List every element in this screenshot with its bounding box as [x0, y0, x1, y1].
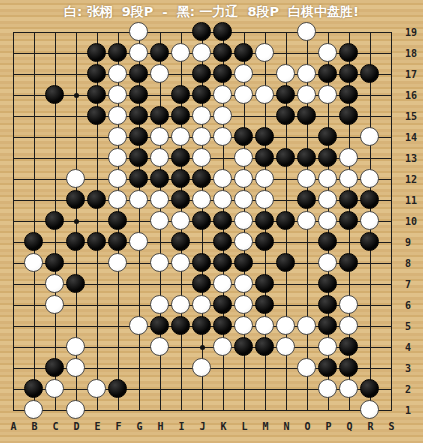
- intersection-O17[interactable]: [297, 64, 318, 85]
- intersection-E15[interactable]: [87, 106, 108, 127]
- intersection-R9[interactable]: [360, 232, 381, 253]
- intersection-C14[interactable]: [45, 127, 66, 148]
- intersection-A1[interactable]: [3, 400, 24, 421]
- intersection-G18[interactable]: [129, 43, 150, 64]
- intersection-O4[interactable]: [297, 337, 318, 358]
- intersection-I2[interactable]: [171, 379, 192, 400]
- intersection-C2[interactable]: [45, 379, 66, 400]
- intersection-N2[interactable]: [276, 379, 297, 400]
- intersection-K19[interactable]: [213, 22, 234, 43]
- intersection-S11[interactable]: [381, 190, 402, 211]
- intersection-C17[interactable]: [45, 64, 66, 85]
- intersection-H18[interactable]: [150, 43, 171, 64]
- intersection-M9[interactable]: [255, 232, 276, 253]
- intersection-E2[interactable]: [87, 379, 108, 400]
- intersection-J19[interactable]: [192, 22, 213, 43]
- intersection-C16[interactable]: [45, 85, 66, 106]
- intersection-D11[interactable]: [66, 190, 87, 211]
- intersection-R8[interactable]: [360, 253, 381, 274]
- intersection-I15[interactable]: [171, 106, 192, 127]
- intersection-L15[interactable]: [234, 106, 255, 127]
- intersection-H8[interactable]: [150, 253, 171, 274]
- intersection-M7[interactable]: [255, 274, 276, 295]
- intersection-P13[interactable]: [318, 148, 339, 169]
- intersection-O5[interactable]: [297, 316, 318, 337]
- intersection-L19[interactable]: [234, 22, 255, 43]
- intersection-S12[interactable]: [381, 169, 402, 190]
- intersection-N10[interactable]: [276, 211, 297, 232]
- intersection-M4[interactable]: [255, 337, 276, 358]
- intersection-I12[interactable]: [171, 169, 192, 190]
- intersection-I18[interactable]: [171, 43, 192, 64]
- intersection-R6[interactable]: [360, 295, 381, 316]
- intersection-I9[interactable]: [171, 232, 192, 253]
- intersection-S6[interactable]: [381, 295, 402, 316]
- intersection-C3[interactable]: [45, 358, 66, 379]
- intersection-E9[interactable]: [87, 232, 108, 253]
- intersection-S19[interactable]: [381, 22, 402, 43]
- intersection-H1[interactable]: [150, 400, 171, 421]
- intersection-B19[interactable]: [24, 22, 45, 43]
- intersection-L7[interactable]: [234, 274, 255, 295]
- intersection-A11[interactable]: [3, 190, 24, 211]
- intersection-M10[interactable]: [255, 211, 276, 232]
- intersection-G15[interactable]: [129, 106, 150, 127]
- intersection-M16[interactable]: [255, 85, 276, 106]
- intersection-D13[interactable]: [66, 148, 87, 169]
- intersection-M11[interactable]: [255, 190, 276, 211]
- intersection-B14[interactable]: [24, 127, 45, 148]
- intersection-R4[interactable]: [360, 337, 381, 358]
- intersection-H13[interactable]: [150, 148, 171, 169]
- intersection-C10[interactable]: [45, 211, 66, 232]
- intersection-H5[interactable]: [150, 316, 171, 337]
- intersection-R18[interactable]: [360, 43, 381, 64]
- intersection-Q14[interactable]: [339, 127, 360, 148]
- intersection-H3[interactable]: [150, 358, 171, 379]
- intersection-Q2[interactable]: [339, 379, 360, 400]
- intersection-J8[interactable]: [192, 253, 213, 274]
- intersection-I7[interactable]: [171, 274, 192, 295]
- intersection-C7[interactable]: [45, 274, 66, 295]
- intersection-E12[interactable]: [87, 169, 108, 190]
- intersection-A6[interactable]: [3, 295, 24, 316]
- intersection-Q11[interactable]: [339, 190, 360, 211]
- intersection-G19[interactable]: [129, 22, 150, 43]
- intersection-G3[interactable]: [129, 358, 150, 379]
- intersection-O9[interactable]: [297, 232, 318, 253]
- intersection-I6[interactable]: [171, 295, 192, 316]
- intersection-M17[interactable]: [255, 64, 276, 85]
- intersection-H9[interactable]: [150, 232, 171, 253]
- intersection-O6[interactable]: [297, 295, 318, 316]
- intersection-D10[interactable]: [66, 211, 87, 232]
- intersection-Q3[interactable]: [339, 358, 360, 379]
- intersection-G5[interactable]: [129, 316, 150, 337]
- intersection-O8[interactable]: [297, 253, 318, 274]
- intersection-I5[interactable]: [171, 316, 192, 337]
- intersection-K7[interactable]: [213, 274, 234, 295]
- intersection-S9[interactable]: [381, 232, 402, 253]
- intersection-Q8[interactable]: [339, 253, 360, 274]
- intersection-D17[interactable]: [66, 64, 87, 85]
- intersection-Q19[interactable]: [339, 22, 360, 43]
- intersection-E11[interactable]: [87, 190, 108, 211]
- intersection-M14[interactable]: [255, 127, 276, 148]
- intersection-B9[interactable]: [24, 232, 45, 253]
- intersection-F7[interactable]: [108, 274, 129, 295]
- intersection-P12[interactable]: [318, 169, 339, 190]
- intersection-N17[interactable]: [276, 64, 297, 85]
- intersection-D4[interactable]: [66, 337, 87, 358]
- intersection-N11[interactable]: [276, 190, 297, 211]
- intersection-N4[interactable]: [276, 337, 297, 358]
- intersection-E4[interactable]: [87, 337, 108, 358]
- intersection-P10[interactable]: [318, 211, 339, 232]
- intersection-G13[interactable]: [129, 148, 150, 169]
- intersection-N3[interactable]: [276, 358, 297, 379]
- intersection-F16[interactable]: [108, 85, 129, 106]
- intersection-K2[interactable]: [213, 379, 234, 400]
- intersection-L17[interactable]: [234, 64, 255, 85]
- intersection-D1[interactable]: [66, 400, 87, 421]
- intersection-P11[interactable]: [318, 190, 339, 211]
- intersection-K15[interactable]: [213, 106, 234, 127]
- intersection-O12[interactable]: [297, 169, 318, 190]
- intersection-S14[interactable]: [381, 127, 402, 148]
- intersection-F9[interactable]: [108, 232, 129, 253]
- intersection-H16[interactable]: [150, 85, 171, 106]
- intersection-P5[interactable]: [318, 316, 339, 337]
- intersection-D6[interactable]: [66, 295, 87, 316]
- intersection-F6[interactable]: [108, 295, 129, 316]
- intersection-S7[interactable]: [381, 274, 402, 295]
- intersection-K1[interactable]: [213, 400, 234, 421]
- intersection-A3[interactable]: [3, 358, 24, 379]
- intersection-C4[interactable]: [45, 337, 66, 358]
- intersection-C18[interactable]: [45, 43, 66, 64]
- intersection-J2[interactable]: [192, 379, 213, 400]
- intersection-N15[interactable]: [276, 106, 297, 127]
- intersection-B3[interactable]: [24, 358, 45, 379]
- intersection-L3[interactable]: [234, 358, 255, 379]
- intersection-P7[interactable]: [318, 274, 339, 295]
- intersection-B15[interactable]: [24, 106, 45, 127]
- intersection-Q13[interactable]: [339, 148, 360, 169]
- intersection-K5[interactable]: [213, 316, 234, 337]
- intersection-S2[interactable]: [381, 379, 402, 400]
- intersection-G14[interactable]: [129, 127, 150, 148]
- intersection-S3[interactable]: [381, 358, 402, 379]
- intersection-Q5[interactable]: [339, 316, 360, 337]
- intersection-R10[interactable]: [360, 211, 381, 232]
- intersection-K14[interactable]: [213, 127, 234, 148]
- intersection-I14[interactable]: [171, 127, 192, 148]
- intersection-F3[interactable]: [108, 358, 129, 379]
- intersection-G11[interactable]: [129, 190, 150, 211]
- intersection-L11[interactable]: [234, 190, 255, 211]
- intersection-L1[interactable]: [234, 400, 255, 421]
- intersection-P15[interactable]: [318, 106, 339, 127]
- intersection-N13[interactable]: [276, 148, 297, 169]
- intersection-E13[interactable]: [87, 148, 108, 169]
- intersection-M19[interactable]: [255, 22, 276, 43]
- intersection-B10[interactable]: [24, 211, 45, 232]
- intersection-S10[interactable]: [381, 211, 402, 232]
- intersection-A10[interactable]: [3, 211, 24, 232]
- intersection-I8[interactable]: [171, 253, 192, 274]
- intersection-F19[interactable]: [108, 22, 129, 43]
- intersection-I1[interactable]: [171, 400, 192, 421]
- intersection-B11[interactable]: [24, 190, 45, 211]
- intersection-D9[interactable]: [66, 232, 87, 253]
- intersection-C6[interactable]: [45, 295, 66, 316]
- intersection-G17[interactable]: [129, 64, 150, 85]
- intersection-J13[interactable]: [192, 148, 213, 169]
- intersection-F13[interactable]: [108, 148, 129, 169]
- intersection-L18[interactable]: [234, 43, 255, 64]
- intersection-Q9[interactable]: [339, 232, 360, 253]
- intersection-N12[interactable]: [276, 169, 297, 190]
- intersection-O13[interactable]: [297, 148, 318, 169]
- intersection-R11[interactable]: [360, 190, 381, 211]
- intersection-P14[interactable]: [318, 127, 339, 148]
- intersection-B4[interactable]: [24, 337, 45, 358]
- intersection-R13[interactable]: [360, 148, 381, 169]
- intersection-M8[interactable]: [255, 253, 276, 274]
- intersection-R2[interactable]: [360, 379, 381, 400]
- intersection-O14[interactable]: [297, 127, 318, 148]
- intersection-A9[interactable]: [3, 232, 24, 253]
- intersection-C1[interactable]: [45, 400, 66, 421]
- intersection-P17[interactable]: [318, 64, 339, 85]
- intersection-D3[interactable]: [66, 358, 87, 379]
- intersection-C5[interactable]: [45, 316, 66, 337]
- go-board[interactable]: [3, 22, 402, 421]
- intersection-B6[interactable]: [24, 295, 45, 316]
- intersection-G7[interactable]: [129, 274, 150, 295]
- intersection-Q15[interactable]: [339, 106, 360, 127]
- intersection-S17[interactable]: [381, 64, 402, 85]
- intersection-P16[interactable]: [318, 85, 339, 106]
- intersection-E19[interactable]: [87, 22, 108, 43]
- intersection-L12[interactable]: [234, 169, 255, 190]
- intersection-B2[interactable]: [24, 379, 45, 400]
- intersection-K13[interactable]: [213, 148, 234, 169]
- intersection-I3[interactable]: [171, 358, 192, 379]
- intersection-K18[interactable]: [213, 43, 234, 64]
- intersection-P1[interactable]: [318, 400, 339, 421]
- intersection-E18[interactable]: [87, 43, 108, 64]
- intersection-B8[interactable]: [24, 253, 45, 274]
- intersection-C9[interactable]: [45, 232, 66, 253]
- intersection-J12[interactable]: [192, 169, 213, 190]
- intersection-A15[interactable]: [3, 106, 24, 127]
- intersection-B18[interactable]: [24, 43, 45, 64]
- intersection-A2[interactable]: [3, 379, 24, 400]
- intersection-O3[interactable]: [297, 358, 318, 379]
- intersection-O10[interactable]: [297, 211, 318, 232]
- intersection-L16[interactable]: [234, 85, 255, 106]
- intersection-P4[interactable]: [318, 337, 339, 358]
- intersection-D16[interactable]: [66, 85, 87, 106]
- intersection-G16[interactable]: [129, 85, 150, 106]
- intersection-L9[interactable]: [234, 232, 255, 253]
- intersection-I4[interactable]: [171, 337, 192, 358]
- intersection-Q12[interactable]: [339, 169, 360, 190]
- intersection-R17[interactable]: [360, 64, 381, 85]
- intersection-B13[interactable]: [24, 148, 45, 169]
- intersection-F4[interactable]: [108, 337, 129, 358]
- intersection-F1[interactable]: [108, 400, 129, 421]
- intersection-D12[interactable]: [66, 169, 87, 190]
- intersection-O15[interactable]: [297, 106, 318, 127]
- intersection-P9[interactable]: [318, 232, 339, 253]
- intersection-F2[interactable]: [108, 379, 129, 400]
- intersection-O16[interactable]: [297, 85, 318, 106]
- intersection-N14[interactable]: [276, 127, 297, 148]
- intersection-F12[interactable]: [108, 169, 129, 190]
- intersection-M2[interactable]: [255, 379, 276, 400]
- intersection-D5[interactable]: [66, 316, 87, 337]
- intersection-L5[interactable]: [234, 316, 255, 337]
- intersection-F14[interactable]: [108, 127, 129, 148]
- intersection-G1[interactable]: [129, 400, 150, 421]
- intersection-I10[interactable]: [171, 211, 192, 232]
- intersection-H17[interactable]: [150, 64, 171, 85]
- intersection-F18[interactable]: [108, 43, 129, 64]
- intersection-G12[interactable]: [129, 169, 150, 190]
- intersection-Q16[interactable]: [339, 85, 360, 106]
- intersection-J1[interactable]: [192, 400, 213, 421]
- intersection-N16[interactable]: [276, 85, 297, 106]
- intersection-N6[interactable]: [276, 295, 297, 316]
- intersection-P18[interactable]: [318, 43, 339, 64]
- intersection-D14[interactable]: [66, 127, 87, 148]
- intersection-S15[interactable]: [381, 106, 402, 127]
- intersection-M13[interactable]: [255, 148, 276, 169]
- intersection-A13[interactable]: [3, 148, 24, 169]
- intersection-F15[interactable]: [108, 106, 129, 127]
- intersection-I19[interactable]: [171, 22, 192, 43]
- intersection-L13[interactable]: [234, 148, 255, 169]
- intersection-L14[interactable]: [234, 127, 255, 148]
- intersection-J7[interactable]: [192, 274, 213, 295]
- intersection-E7[interactable]: [87, 274, 108, 295]
- intersection-K16[interactable]: [213, 85, 234, 106]
- intersection-O1[interactable]: [297, 400, 318, 421]
- intersection-J11[interactable]: [192, 190, 213, 211]
- intersection-M5[interactable]: [255, 316, 276, 337]
- intersection-S4[interactable]: [381, 337, 402, 358]
- intersection-P8[interactable]: [318, 253, 339, 274]
- intersection-D15[interactable]: [66, 106, 87, 127]
- intersection-A7[interactable]: [3, 274, 24, 295]
- intersection-H19[interactable]: [150, 22, 171, 43]
- intersection-J14[interactable]: [192, 127, 213, 148]
- intersection-Q17[interactable]: [339, 64, 360, 85]
- intersection-A19[interactable]: [3, 22, 24, 43]
- intersection-C8[interactable]: [45, 253, 66, 274]
- intersection-N5[interactable]: [276, 316, 297, 337]
- intersection-C11[interactable]: [45, 190, 66, 211]
- intersection-A16[interactable]: [3, 85, 24, 106]
- intersection-C12[interactable]: [45, 169, 66, 190]
- intersection-R19[interactable]: [360, 22, 381, 43]
- intersection-E17[interactable]: [87, 64, 108, 85]
- intersection-A14[interactable]: [3, 127, 24, 148]
- intersection-L2[interactable]: [234, 379, 255, 400]
- intersection-S8[interactable]: [381, 253, 402, 274]
- intersection-A5[interactable]: [3, 316, 24, 337]
- intersection-J10[interactable]: [192, 211, 213, 232]
- intersection-N19[interactable]: [276, 22, 297, 43]
- intersection-N1[interactable]: [276, 400, 297, 421]
- intersection-N9[interactable]: [276, 232, 297, 253]
- intersection-J15[interactable]: [192, 106, 213, 127]
- intersection-K6[interactable]: [213, 295, 234, 316]
- intersection-S13[interactable]: [381, 148, 402, 169]
- intersection-R5[interactable]: [360, 316, 381, 337]
- intersection-R7[interactable]: [360, 274, 381, 295]
- intersection-A18[interactable]: [3, 43, 24, 64]
- intersection-H15[interactable]: [150, 106, 171, 127]
- intersection-O19[interactable]: [297, 22, 318, 43]
- intersection-E3[interactable]: [87, 358, 108, 379]
- intersection-M6[interactable]: [255, 295, 276, 316]
- intersection-M1[interactable]: [255, 400, 276, 421]
- intersection-B5[interactable]: [24, 316, 45, 337]
- intersection-L6[interactable]: [234, 295, 255, 316]
- intersection-D19[interactable]: [66, 22, 87, 43]
- intersection-R3[interactable]: [360, 358, 381, 379]
- intersection-J4[interactable]: [192, 337, 213, 358]
- intersection-P2[interactable]: [318, 379, 339, 400]
- intersection-B17[interactable]: [24, 64, 45, 85]
- intersection-G2[interactable]: [129, 379, 150, 400]
- intersection-I11[interactable]: [171, 190, 192, 211]
- intersection-K11[interactable]: [213, 190, 234, 211]
- intersection-F17[interactable]: [108, 64, 129, 85]
- intersection-L8[interactable]: [234, 253, 255, 274]
- intersection-H6[interactable]: [150, 295, 171, 316]
- intersection-P6[interactable]: [318, 295, 339, 316]
- intersection-K17[interactable]: [213, 64, 234, 85]
- intersection-S16[interactable]: [381, 85, 402, 106]
- intersection-B7[interactable]: [24, 274, 45, 295]
- intersection-C13[interactable]: [45, 148, 66, 169]
- intersection-C19[interactable]: [45, 22, 66, 43]
- intersection-N7[interactable]: [276, 274, 297, 295]
- intersection-B12[interactable]: [24, 169, 45, 190]
- intersection-I16[interactable]: [171, 85, 192, 106]
- intersection-E16[interactable]: [87, 85, 108, 106]
- intersection-A12[interactable]: [3, 169, 24, 190]
- intersection-M18[interactable]: [255, 43, 276, 64]
- intersection-G9[interactable]: [129, 232, 150, 253]
- intersection-D7[interactable]: [66, 274, 87, 295]
- intersection-S18[interactable]: [381, 43, 402, 64]
- intersection-Q7[interactable]: [339, 274, 360, 295]
- intersection-I17[interactable]: [171, 64, 192, 85]
- intersection-L4[interactable]: [234, 337, 255, 358]
- intersection-S5[interactable]: [381, 316, 402, 337]
- intersection-J6[interactable]: [192, 295, 213, 316]
- intersection-D2[interactable]: [66, 379, 87, 400]
- intersection-H7[interactable]: [150, 274, 171, 295]
- intersection-J17[interactable]: [192, 64, 213, 85]
- intersection-E5[interactable]: [87, 316, 108, 337]
